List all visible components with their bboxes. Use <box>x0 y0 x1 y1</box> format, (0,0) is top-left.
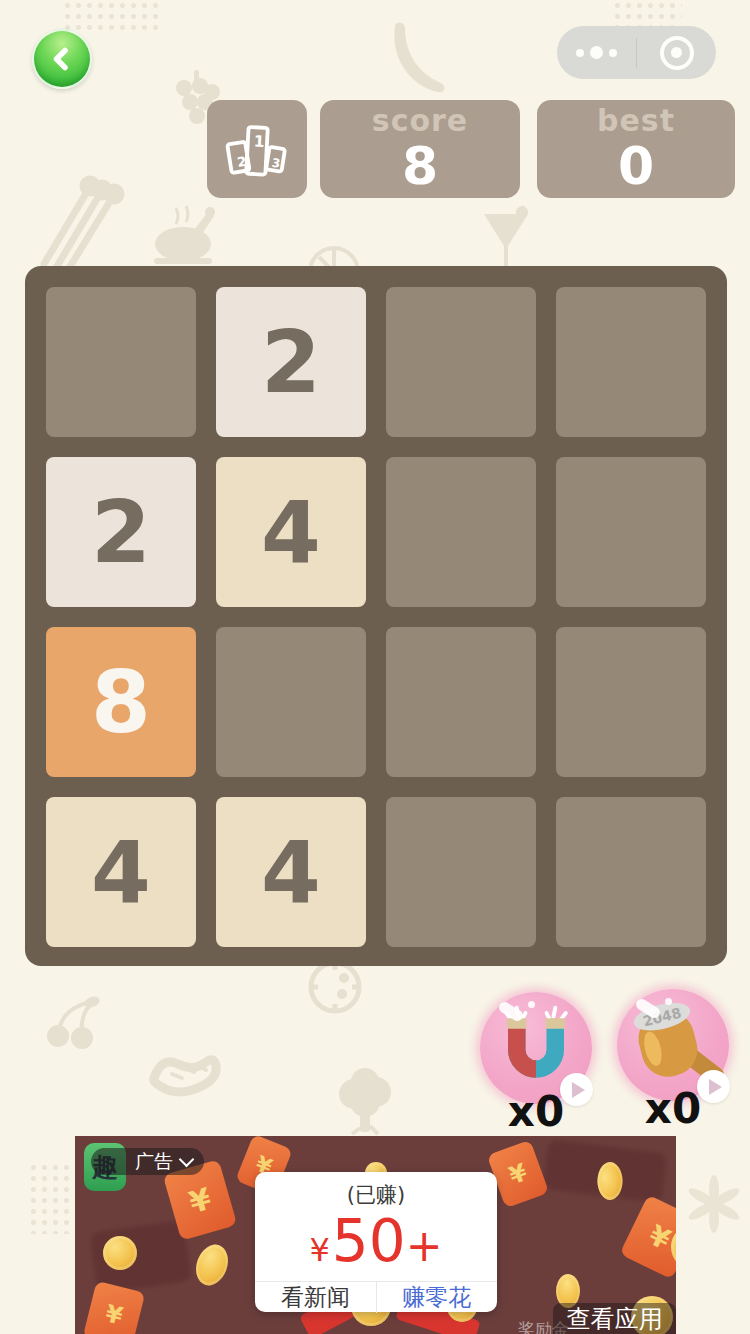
score-value: 8 <box>402 138 438 194</box>
card-buttons: 看新闻 赚零花 <box>255 1281 497 1313</box>
game-screen: 2 1 3 score 8 best 0 224844 <box>0 0 750 1334</box>
ad-reward-card: (已赚) ¥ 50 + 看新闻 赚零花 <box>255 1172 497 1312</box>
leaderboard-button[interactable]: 2 1 3 <box>207 100 307 198</box>
tile-4-r2c2: 4 <box>216 457 366 607</box>
amount-value: 50 <box>332 1210 406 1272</box>
tile-8-r3c1: 8 <box>46 627 196 777</box>
empty-cell-r1c4 <box>556 287 706 437</box>
tile-2-r2c1: 2 <box>46 457 196 607</box>
currency-symbol: ¥ <box>309 1219 329 1281</box>
leaderboard-podium-icon: 2 1 3 <box>221 113 293 185</box>
ad-banner[interactable]: ¥ ¥ ¥ ¥ ¥ 趣 广告 (已赚) ¥ 50 + 看新闻 <box>75 1136 676 1334</box>
chevron-down-icon <box>179 1152 195 1168</box>
red-envelope: ¥ <box>619 1195 676 1280</box>
play-icon <box>572 1082 585 1098</box>
bacon-icon <box>146 1040 222 1102</box>
miniprogram-capsule <box>557 26 716 79</box>
view-app-button[interactable]: 查看应用 <box>553 1303 676 1334</box>
empty-cell-r1c1 <box>46 287 196 437</box>
hammer-ad-play-button[interactable] <box>697 1070 730 1103</box>
ad-tag-label: 广告 <box>135 1148 173 1175</box>
back-button[interactable] <box>32 29 92 89</box>
best-value: 0 <box>618 138 654 194</box>
score-box: score 8 <box>320 100 520 198</box>
more-menu-button[interactable] <box>557 26 636 79</box>
powerup-magnet: x0 <box>477 990 595 1132</box>
bg-dots-block <box>62 0 162 30</box>
roast-chicken-icon <box>146 200 220 270</box>
empty-cell-r3c2 <box>216 627 366 777</box>
best-label: best <box>597 104 675 138</box>
cherries-icon <box>44 994 102 1052</box>
watch-news-button[interactable]: 看新闻 <box>255 1282 377 1313</box>
earned-label: (已赚) <box>347 1182 405 1208</box>
powerup-hammer: 2048 x0 <box>614 987 732 1129</box>
empty-cell-r2c3 <box>386 457 536 607</box>
tree-icon <box>334 1068 396 1136</box>
best-box: best 0 <box>537 100 735 198</box>
ad-tag-button[interactable]: 广告 <box>91 1148 204 1175</box>
more-dots-icon <box>576 46 617 59</box>
exit-circle-icon <box>660 36 694 70</box>
empty-cell-r3c4 <box>556 627 706 777</box>
cutlery-icon <box>30 172 125 272</box>
yuan-symbol: ¥ <box>185 1180 215 1219</box>
board-grid[interactable]: 224844 <box>25 266 727 966</box>
chevron-left-icon <box>45 42 79 76</box>
empty-cell-r2c4 <box>556 457 706 607</box>
score-label: score <box>372 104 468 138</box>
tile-4-r4c1: 4 <box>46 797 196 947</box>
empty-cell-r4c4 <box>556 797 706 947</box>
yuan-symbol: ¥ <box>103 1299 126 1330</box>
bubble-gloss <box>665 998 672 1005</box>
clock-icon <box>306 958 364 1016</box>
empty-cell-r3c3 <box>386 627 536 777</box>
yuan-symbol: ¥ <box>505 1158 530 1190</box>
amount-row: ¥ 50 + <box>309 1210 442 1281</box>
magnet-ad-play-button[interactable] <box>560 1073 593 1106</box>
tile-2-r1c2: 2 <box>216 287 366 437</box>
svg-text:1: 1 <box>253 132 265 151</box>
banana-icon <box>385 22 447 104</box>
close-circle-button[interactable] <box>637 26 716 79</box>
svg-text:3: 3 <box>271 156 281 171</box>
flower-burst-icon <box>684 1174 744 1234</box>
play-icon <box>709 1079 722 1095</box>
bubble-gloss <box>528 1001 535 1008</box>
tile-4-r4c2: 4 <box>216 797 366 947</box>
bg-dots-block <box>28 1162 76 1234</box>
amount-plus: + <box>406 1215 443 1277</box>
empty-cell-r1c3 <box>386 287 536 437</box>
earn-money-button[interactable]: 赚零花 <box>377 1282 498 1313</box>
empty-cell-r4c3 <box>386 797 536 947</box>
